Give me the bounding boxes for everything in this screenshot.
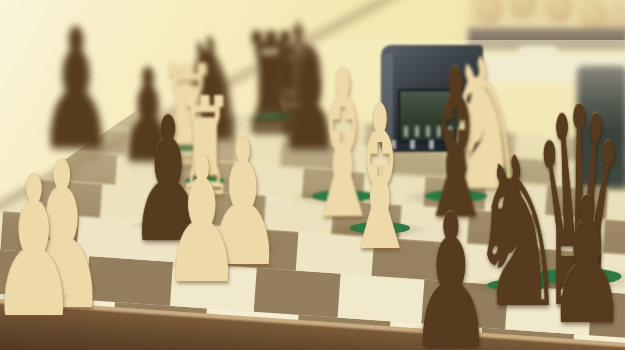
pawn-glyph: ♟: [548, 175, 625, 349]
broadcast-photo-chess-scene: ♟♞♜♚♟♜♜♟♟♟♟♟♝♝♝♞♟♞♛♟♟: [0, 0, 625, 350]
pawn-glyph: ♟: [0, 151, 77, 345]
pawn-glyph: ♟: [410, 190, 492, 350]
pieces-layer: ♟♞♜♚♟♜♜♟♟♟♟♟♝♝♝♞♟♞♛♟♟: [0, 0, 625, 350]
bishop-glyph: ♝: [343, 80, 418, 279]
pawn-glyph: ♟: [163, 134, 241, 308]
